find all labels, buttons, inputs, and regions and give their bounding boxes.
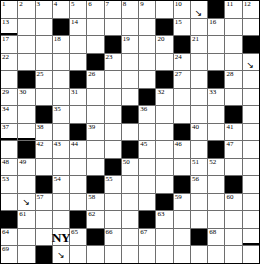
- clue-number-57: 57: [37, 194, 44, 201]
- clue-number-59: 59: [175, 194, 182, 201]
- clue-number-10: 10: [175, 1, 182, 8]
- cell-r15c15[interactable]: [243, 246, 259, 263]
- cell-r5c1[interactable]: [1, 71, 17, 88]
- cell-r15c6[interactable]: [87, 246, 103, 263]
- cell-r4c12[interactable]: [191, 54, 207, 71]
- clue-number-58: 58: [88, 194, 95, 201]
- cell-r12c4[interactable]: [53, 194, 69, 211]
- cell-r9c14[interactable]: 47: [225, 141, 241, 158]
- cell-r6c13[interactable]: 33: [208, 89, 224, 106]
- clue-number-44: 44: [71, 141, 78, 148]
- cell-r11c5[interactable]: [70, 176, 86, 193]
- cell-r10c8[interactable]: 50: [122, 159, 138, 176]
- clue-number-61: 61: [19, 211, 26, 218]
- cell-r4c14[interactable]: [225, 54, 241, 71]
- cell-r4c10[interactable]: [156, 54, 172, 71]
- crossword-puzzle: 12345678910↘1112131415161718192021222324…: [0, 0, 260, 264]
- cell-r1c12[interactable]: ↘: [191, 1, 207, 18]
- clue-number-53: 53: [2, 176, 9, 183]
- cell-r13c10[interactable]: 63: [156, 211, 172, 228]
- cell-r13c6[interactable]: 62: [87, 211, 103, 228]
- cell-r11c2[interactable]: [18, 176, 34, 193]
- clue-number-52: 52: [209, 159, 216, 166]
- cell-r4c15[interactable]: ↘: [243, 54, 259, 71]
- clue-number-49: 49: [19, 159, 26, 166]
- cell-r12c14[interactable]: 60: [225, 194, 241, 211]
- cell-r13c8[interactable]: [122, 211, 138, 228]
- cell-r10c2[interactable]: 49: [18, 159, 34, 176]
- cell-r2c12[interactable]: [191, 19, 207, 36]
- cell-r1c9[interactable]: 9: [139, 1, 155, 18]
- cell-r1c1[interactable]: 1: [1, 1, 17, 18]
- cell-r1c8[interactable]: 8: [122, 1, 138, 18]
- cell-r15c7[interactable]: [105, 246, 121, 263]
- cell-r6c5[interactable]: 31: [70, 89, 86, 106]
- cell-r13c2[interactable]: 61: [18, 211, 34, 228]
- cell-r3c5[interactable]: [70, 36, 86, 53]
- cell-r5c12[interactable]: [191, 71, 207, 88]
- cell-r7c4[interactable]: 35: [53, 106, 69, 123]
- black-cell-r3c15: [243, 36, 259, 53]
- cell-r12c9[interactable]: [139, 194, 155, 211]
- clue-number-25: 25: [37, 71, 44, 78]
- clue-number-29: 29: [2, 89, 9, 96]
- clue-number-36: 36: [140, 106, 147, 113]
- clue-number-23: 23: [106, 54, 113, 61]
- clue-number-15: 15: [175, 19, 182, 26]
- black-cell-r2c10: [156, 19, 172, 36]
- cell-r14c11[interactable]: [174, 229, 190, 246]
- black-cell-r13c1: [1, 211, 17, 228]
- cell-r14c4[interactable]: NY: [53, 229, 69, 246]
- cell-r3c9[interactable]: [139, 36, 155, 53]
- rebus-square-ny: NY: [53, 230, 69, 246]
- cell-r5c3[interactable]: 25: [36, 71, 52, 88]
- cell-r11c1[interactable]: 53: [1, 176, 17, 193]
- cell-r12c8[interactable]: [122, 194, 138, 211]
- clue-number-67: 67: [140, 229, 147, 236]
- cell-r8c2[interactable]: [18, 124, 34, 141]
- cell-r9c10[interactable]: [156, 141, 172, 158]
- clue-number-7: 7: [106, 1, 110, 8]
- cell-r8c9[interactable]: [139, 124, 155, 141]
- cell-r4c13[interactable]: [208, 54, 224, 71]
- cell-r13c4[interactable]: [53, 211, 69, 228]
- cell-r9c4[interactable]: 43: [53, 141, 69, 158]
- cell-r3c8[interactable]: 19: [122, 36, 138, 53]
- cell-r15c8[interactable]: [122, 246, 138, 263]
- cell-r7c9[interactable]: 36: [139, 106, 155, 123]
- cell-r4c7[interactable]: 23: [105, 54, 121, 71]
- cell-r5c9[interactable]: [139, 71, 155, 88]
- black-cell-r10c7: [105, 159, 121, 176]
- cell-r10c9[interactable]: [139, 159, 155, 176]
- clue-number-2: 2: [19, 1, 23, 8]
- cell-r14c1[interactable]: 64: [1, 229, 17, 246]
- cell-r13c14[interactable]: [225, 211, 241, 228]
- clue-number-42: 42: [37, 141, 44, 148]
- cell-r4c8[interactable]: [122, 54, 138, 71]
- clue-number-16: 16: [209, 19, 216, 26]
- cell-r13c12[interactable]: [191, 211, 207, 228]
- clue-number-20: 20: [157, 36, 164, 43]
- black-cell-r14c6: [87, 229, 103, 246]
- cell-r5c14[interactable]: 28: [225, 71, 241, 88]
- diagonal-arrow-icon: ↘: [246, 61, 254, 70]
- clue-number-21: 21: [192, 36, 199, 43]
- black-cell-r9c13: [208, 141, 224, 158]
- cell-r1c10[interactable]: [156, 1, 172, 18]
- clue-number-9: 9: [140, 1, 144, 8]
- cell-r8c15[interactable]: [243, 124, 259, 141]
- cell-r1c5[interactable]: 5: [70, 1, 86, 18]
- clue-number-5: 5: [71, 1, 75, 8]
- black-cell-r11c11: [174, 176, 190, 193]
- cell-r14c14[interactable]: [225, 229, 241, 246]
- cell-r1c2[interactable]: 2: [18, 1, 34, 18]
- black-cell-r13c9: [139, 211, 155, 228]
- cell-r9c6[interactable]: [87, 141, 103, 158]
- cell-r4c11[interactable]: 24: [174, 54, 190, 71]
- black-cell-r14c12: [191, 229, 207, 246]
- cell-r15c4[interactable]: ↘: [53, 246, 69, 263]
- cell-r15c10[interactable]: [156, 246, 172, 263]
- cell-r6c2[interactable]: 30: [18, 89, 34, 106]
- cell-r9c3[interactable]: 42: [36, 141, 52, 158]
- clue-number-56: 56: [192, 176, 199, 183]
- cell-r5c6[interactable]: 26: [87, 71, 103, 88]
- black-cell-r4c6: [87, 54, 103, 71]
- cell-r9c7[interactable]: [105, 141, 121, 158]
- cell-r5c4[interactable]: [53, 71, 69, 88]
- cell-r7c15[interactable]: [243, 106, 259, 123]
- cell-r3c2[interactable]: [18, 36, 34, 53]
- black-cell-r8c5: [70, 124, 86, 141]
- cell-r10c4[interactable]: [53, 159, 69, 176]
- cell-r13c11[interactable]: [174, 211, 190, 228]
- cell-r8c4[interactable]: [53, 124, 69, 141]
- clue-number-35: 35: [54, 106, 61, 113]
- cell-r12c15[interactable]: [243, 194, 259, 211]
- cell-r2c8[interactable]: [122, 19, 138, 36]
- cell-r4c2[interactable]: [18, 54, 34, 71]
- cell-r15c9[interactable]: [139, 246, 155, 263]
- cell-r15c11[interactable]: [174, 246, 190, 263]
- clue-number-3: 3: [37, 1, 41, 8]
- clue-number-32: 32: [157, 89, 164, 96]
- cell-r2c6[interactable]: [87, 19, 103, 36]
- black-cell-r5c5: [70, 71, 86, 88]
- cell-r12c13[interactable]: [208, 194, 224, 211]
- cell-r6c14[interactable]: [225, 89, 241, 106]
- clue-number-4: 4: [54, 1, 58, 8]
- cell-r8c14[interactable]: 41: [225, 124, 241, 141]
- cell-r2c2[interactable]: [18, 19, 34, 36]
- cell-r13c7[interactable]: [105, 211, 121, 228]
- cell-r12c2[interactable]: ↘: [18, 194, 34, 211]
- cell-r5c11[interactable]: 27: [174, 71, 190, 88]
- clue-number-31: 31: [71, 89, 78, 96]
- diagonal-arrow-icon: ↘: [195, 9, 203, 18]
- cell-r6c15[interactable]: [243, 89, 259, 106]
- cell-r7c10[interactable]: [156, 106, 172, 123]
- clue-number-47: 47: [226, 141, 233, 148]
- clue-number-30: 30: [19, 89, 26, 96]
- clue-number-34: 34: [2, 106, 9, 113]
- cell-r12c3[interactable]: 57: [36, 194, 52, 211]
- clue-number-28: 28: [226, 71, 233, 78]
- cell-r15c12[interactable]: [191, 246, 207, 263]
- clue-number-55: 55: [106, 176, 113, 183]
- cell-r4c1[interactable]: 22: [1, 54, 17, 71]
- diagonal-arrow-icon: ↘: [57, 250, 65, 259]
- clue-number-37: 37: [2, 124, 9, 131]
- cell-r10c1[interactable]: 48: [1, 159, 17, 176]
- cell-r11c13[interactable]: [208, 176, 224, 193]
- cell-r3c1[interactable]: 17: [1, 36, 17, 53]
- cell-r6c10[interactable]: 32: [156, 89, 172, 106]
- cell-r4c9[interactable]: [139, 54, 155, 71]
- cell-r9c11[interactable]: 46: [174, 141, 190, 158]
- cell-r3c10[interactable]: 20: [156, 36, 172, 53]
- cell-r3c4[interactable]: 18: [53, 36, 69, 53]
- cell-r5c15[interactable]: [243, 71, 259, 88]
- cell-r2c15[interactable]: [243, 19, 259, 36]
- cell-r6c3[interactable]: [36, 89, 52, 106]
- clue-number-14: 14: [71, 19, 78, 26]
- diagonal-arrow-icon: ↘: [23, 198, 31, 207]
- black-cell-r11c6: [87, 176, 103, 193]
- black-cell-r5c10: [156, 71, 172, 88]
- cell-r3c6[interactable]: [87, 36, 103, 53]
- cell-r8c13[interactable]: [208, 124, 224, 141]
- black-cell-r5c13: [208, 71, 224, 88]
- clue-number-38: 38: [37, 124, 44, 131]
- cell-r7c6[interactable]: [87, 106, 103, 123]
- cell-r11c4[interactable]: 54: [53, 176, 69, 193]
- cell-r14c5[interactable]: 65: [70, 229, 86, 246]
- cell-r14c2[interactable]: [18, 229, 34, 246]
- clue-number-39: 39: [88, 124, 95, 131]
- clue-number-22: 22: [2, 54, 9, 61]
- black-cell-r11c14: [225, 176, 241, 193]
- clue-number-50: 50: [123, 159, 130, 166]
- cell-r4c3[interactable]: [36, 54, 52, 71]
- cell-r15c13[interactable]: [208, 246, 224, 263]
- cell-r2c9[interactable]: [139, 19, 155, 36]
- cell-r6c12[interactable]: [191, 89, 207, 106]
- crossword-board: 12345678910↘1112131415161718192021222324…: [0, 0, 260, 264]
- cell-r6c8[interactable]: [122, 89, 138, 106]
- clue-number-26: 26: [88, 71, 95, 78]
- clue-number-64: 64: [2, 229, 9, 236]
- cell-r2c14[interactable]: [225, 19, 241, 36]
- clue-number-17: 17: [2, 36, 9, 43]
- cell-r7c5[interactable]: [70, 106, 86, 123]
- black-cell-r3c11: [174, 36, 190, 53]
- clue-number-33: 33: [209, 89, 216, 96]
- clue-number-8: 8: [123, 1, 127, 8]
- cell-r6c4[interactable]: [53, 89, 69, 106]
- black-cell-r6c9: [139, 89, 155, 106]
- cell-r10c5[interactable]: [70, 159, 86, 176]
- clue-number-12: 12: [244, 1, 251, 8]
- cell-r3c3[interactable]: [36, 36, 52, 53]
- clue-number-41: 41: [226, 124, 233, 131]
- cell-r3c13[interactable]: [208, 36, 224, 53]
- black-cell-r7c14: [225, 106, 241, 123]
- clue-number-11: 11: [226, 1, 233, 8]
- cell-r14c7[interactable]: 66: [105, 229, 121, 246]
- cell-r1c15[interactable]: 12: [243, 1, 259, 18]
- cell-r9c12[interactable]: [191, 141, 207, 158]
- cell-r10c13[interactable]: 52: [208, 159, 224, 176]
- cell-r4c4[interactable]: [53, 54, 69, 71]
- cell-r13c15[interactable]: [243, 211, 259, 228]
- clue-number-48: 48: [2, 159, 9, 166]
- cell-r2c1[interactable]: 13: [1, 19, 17, 36]
- black-cell-r12c10: [156, 194, 172, 211]
- clue-number-13: 13: [2, 19, 9, 26]
- cell-r12c12[interactable]: [191, 194, 207, 211]
- cell-r9c1[interactable]: [1, 141, 17, 158]
- clue-number-62: 62: [88, 211, 95, 218]
- cell-r11c9[interactable]: [139, 176, 155, 193]
- cell-r9c15[interactable]: [243, 141, 259, 158]
- cell-r5c7[interactable]: [105, 71, 121, 88]
- cell-r13c13[interactable]: [208, 211, 224, 228]
- clue-number-46: 46: [175, 141, 182, 148]
- cell-r12c6[interactable]: 58: [87, 194, 103, 211]
- clue-number-19: 19: [123, 36, 130, 43]
- clue-number-51: 51: [192, 159, 199, 166]
- black-cell-r2c4: [53, 19, 69, 36]
- cell-r1c3[interactable]: 3: [36, 1, 52, 18]
- clue-number-24: 24: [175, 54, 182, 61]
- cell-r8c7[interactable]: [105, 124, 121, 141]
- cell-r10c14[interactable]: [225, 159, 241, 176]
- clue-number-65: 65: [71, 229, 78, 236]
- cell-r6c7[interactable]: [105, 89, 121, 106]
- cell-r14c8[interactable]: [122, 229, 138, 246]
- cell-r2c13[interactable]: 16: [208, 19, 224, 36]
- cell-r7c13[interactable]: [208, 106, 224, 123]
- clue-number-63: 63: [157, 211, 164, 218]
- cell-r2c3[interactable]: [36, 19, 52, 36]
- cell-r6c1[interactable]: 29: [1, 89, 17, 106]
- cell-r10c11[interactable]: [174, 159, 190, 176]
- cell-r4c5[interactable]: [70, 54, 86, 71]
- cell-r10c12[interactable]: 51: [191, 159, 207, 176]
- cell-r14c15[interactable]: [243, 229, 259, 246]
- cell-r7c7[interactable]: [105, 106, 121, 123]
- clue-number-18: 18: [54, 36, 61, 43]
- black-cell-r7c3: [36, 106, 52, 123]
- cell-r14c3[interactable]: [36, 229, 52, 246]
- cell-r1c4[interactable]: 4: [53, 1, 69, 18]
- black-cell-r13c5: [70, 211, 86, 228]
- black-cell-r1c13: [208, 1, 224, 18]
- clue-number-60: 60: [226, 194, 233, 201]
- cell-r11c7[interactable]: 55: [105, 176, 121, 193]
- clue-number-54: 54: [54, 176, 61, 183]
- cell-r6c6[interactable]: [87, 89, 103, 106]
- cell-r2c7[interactable]: [105, 19, 121, 36]
- black-cell-r11c3: [36, 176, 52, 193]
- cell-r8c8[interactable]: [122, 124, 138, 141]
- cell-r12c7[interactable]: [105, 194, 121, 211]
- cell-r11c15[interactable]: [243, 176, 259, 193]
- cell-r7c2[interactable]: [18, 106, 34, 123]
- cell-r10c15[interactable]: [243, 159, 259, 176]
- black-cell-r5c2: [18, 71, 34, 88]
- clue-number-43: 43: [54, 141, 61, 148]
- cell-r15c14[interactable]: [225, 246, 241, 263]
- cell-r5c8[interactable]: [122, 71, 138, 88]
- clue-number-66: 66: [106, 229, 113, 236]
- cell-r2c11[interactable]: 15: [174, 19, 190, 36]
- cell-r12c11[interactable]: 59: [174, 194, 190, 211]
- clue-number-69: 69: [2, 246, 9, 253]
- cell-r1c6[interactable]: 6: [87, 1, 103, 18]
- cell-r7c11[interactable]: [174, 106, 190, 123]
- cell-r8c1[interactable]: 37: [1, 124, 17, 141]
- cell-r6c11[interactable]: [174, 89, 190, 106]
- cell-r15c1[interactable]: 69: [1, 246, 17, 263]
- cell-r10c10[interactable]: [156, 159, 172, 176]
- black-cell-r9c2: [18, 141, 34, 158]
- cell-r7c1[interactable]: 34: [1, 106, 17, 123]
- cell-r11c8[interactable]: [122, 176, 138, 193]
- cell-r7c12[interactable]: [191, 106, 207, 123]
- cell-r14c10[interactable]: [156, 229, 172, 246]
- cell-r11c10[interactable]: [156, 176, 172, 193]
- cell-r8c10[interactable]: [156, 124, 172, 141]
- cell-r9c5[interactable]: 44: [70, 141, 86, 158]
- cell-r2c5[interactable]: 14: [70, 19, 86, 36]
- cell-r3c14[interactable]: [225, 36, 241, 53]
- cell-r15c2[interactable]: [18, 246, 34, 263]
- cell-r10c3[interactable]: [36, 159, 52, 176]
- cell-r15c5[interactable]: [70, 246, 86, 263]
- clue-number-1: 1: [2, 1, 6, 8]
- clue-number-6: 6: [88, 1, 92, 8]
- cell-r1c14[interactable]: 11: [225, 1, 241, 18]
- cell-r9c9[interactable]: 45: [139, 141, 155, 158]
- cell-r8c12[interactable]: 40: [191, 124, 207, 141]
- cell-r8c3[interactable]: 38: [36, 124, 52, 141]
- cell-r12c5[interactable]: [70, 194, 86, 211]
- cell-r12c1[interactable]: [1, 194, 17, 211]
- cell-r8c6[interactable]: 39: [87, 124, 103, 141]
- cell-r11c12[interactable]: 56: [191, 176, 207, 193]
- cell-r14c9[interactable]: 67: [139, 229, 155, 246]
- black-cell-r7c8: [122, 106, 138, 123]
- clue-number-40: 40: [192, 124, 199, 131]
- black-cell-r15c3: [36, 246, 52, 263]
- clue-number-27: 27: [175, 71, 182, 78]
- clue-number-68: 68: [209, 229, 216, 236]
- cell-r13c3[interactable]: [36, 211, 52, 228]
- cell-r10c6[interactable]: [87, 159, 103, 176]
- black-cell-r9c8: [122, 141, 138, 158]
- cell-r1c7[interactable]: 7: [105, 1, 121, 18]
- clue-number-45: 45: [140, 141, 147, 148]
- cell-r14c13[interactable]: 68: [208, 229, 224, 246]
- black-cell-r3c7: [105, 36, 121, 53]
- cell-r1c11[interactable]: 10: [174, 1, 190, 18]
- cell-r3c12[interactable]: 21: [191, 36, 207, 53]
